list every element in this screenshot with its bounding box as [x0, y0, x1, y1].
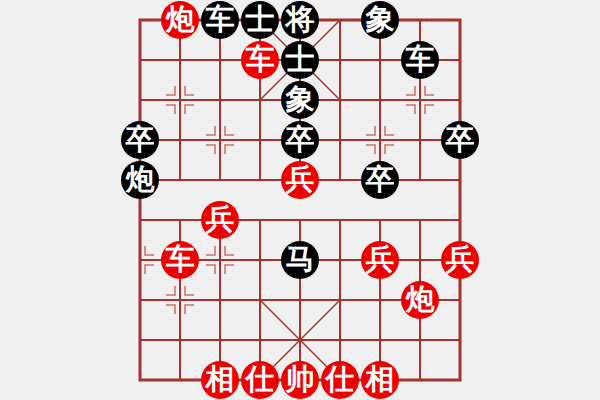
black-chariot-piece[interactable]: 车 — [201, 1, 239, 39]
red-soldier-piece[interactable]: 兵 — [441, 241, 479, 279]
black-elephant-piece[interactable]: 象 — [281, 81, 319, 119]
black-soldier-piece[interactable]: 卒 — [121, 121, 159, 159]
red-advisor-piece[interactable]: 仕 — [321, 361, 359, 399]
red-elephant-piece[interactable]: 相 — [201, 361, 239, 399]
red-chariot-piece[interactable]: 车 — [161, 241, 199, 279]
red-soldier-piece[interactable]: 兵 — [201, 201, 239, 239]
xiangqi-app-canvas: 炮车士将象车士车象卒卒卒炮兵卒兵车马兵兵炮相仕帅仕相 — [0, 0, 600, 400]
red-elephant-piece[interactable]: 相 — [361, 361, 399, 399]
black-soldier-piece[interactable]: 卒 — [361, 161, 399, 199]
black-chariot-piece[interactable]: 车 — [401, 41, 439, 79]
black-elephant-piece[interactable]: 象 — [361, 1, 399, 39]
xiangqi-board[interactable]: 炮车士将象车士车象卒卒卒炮兵卒兵车马兵兵炮相仕帅仕相 — [120, 0, 480, 400]
red-soldier-piece[interactable]: 兵 — [281, 161, 319, 199]
black-general-piece[interactable]: 将 — [281, 1, 319, 39]
black-advisor-piece[interactable]: 士 — [281, 41, 319, 79]
red-soldier-piece[interactable]: 兵 — [361, 241, 399, 279]
black-horse-piece[interactable]: 马 — [281, 241, 319, 279]
red-advisor-piece[interactable]: 仕 — [241, 361, 279, 399]
red-cannon-piece[interactable]: 炮 — [161, 1, 199, 39]
black-advisor-piece[interactable]: 士 — [241, 1, 279, 39]
red-cannon-piece[interactable]: 炮 — [401, 281, 439, 319]
red-chariot-piece[interactable]: 车 — [241, 41, 279, 79]
red-general-piece[interactable]: 帅 — [281, 361, 319, 399]
black-cannon-piece[interactable]: 炮 — [121, 161, 159, 199]
black-soldier-piece[interactable]: 卒 — [441, 121, 479, 159]
black-soldier-piece[interactable]: 卒 — [281, 121, 319, 159]
